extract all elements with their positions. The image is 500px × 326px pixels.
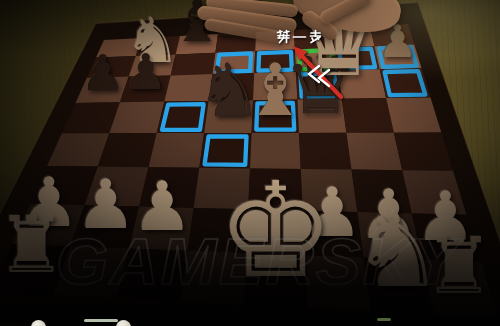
piece-black-king-d8[interactable]: ♚ [202, 0, 270, 48]
piece-white-king-e1[interactable]: ♚ [217, 165, 334, 296]
piece-black-pawn-b6[interactable]: ♟ [124, 48, 168, 97]
piece-black-pawn-h7[interactable]: ♟ [377, 19, 417, 64]
chess-game-scene: ♝♚♞♟♟♟♞♝♛♟♟♟♟♟♟♜♚♞♜ GAMERSKY ♛ [0, 0, 500, 326]
square-c1[interactable] [117, 249, 188, 302]
held-piece-white-queen[interactable]: ♛ [296, 0, 382, 90]
piece-white-pawn-c2[interactable]: ♟ [132, 173, 193, 241]
square-c4[interactable] [149, 133, 205, 168]
square-g4[interactable] [346, 133, 402, 171]
piece-black-pawn-a6[interactable]: ♟ [81, 49, 125, 98]
piece-white-pawn-b2[interactable]: ♟ [75, 171, 136, 239]
piece-white-rook-h1[interactable]: ♜ [424, 227, 494, 305]
piece-white-rook-a1[interactable]: ♜ [0, 206, 66, 284]
